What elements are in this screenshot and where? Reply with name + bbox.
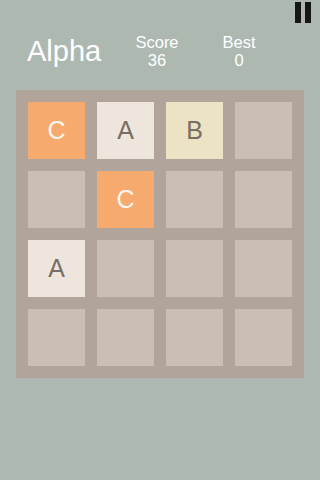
tile-B-r1c3: B [166,102,223,159]
app-screen: Alpha Score 36 Best 0 CABCA [0,0,320,480]
pause-icon [295,2,301,23]
tile-A-r3c1: A [28,240,85,297]
score-label: Score [135,33,178,51]
empty-cell-r3c3 [166,240,223,297]
pause-icon [305,2,311,23]
empty-cell-r1c4 [235,102,292,159]
empty-cell-r3c4 [235,240,292,297]
best-box: Best 0 [222,33,255,69]
empty-cell-r2c1 [28,171,85,228]
tile-A-r1c2: A [97,102,154,159]
app-title: Alpha [27,37,101,66]
tile-C-r2c2: C [97,171,154,228]
tile-C-r1c1: C [28,102,85,159]
empty-cell-r3c2 [97,240,154,297]
game-board[interactable]: CABCA [16,90,304,378]
best-value: 0 [222,51,255,69]
empty-cell-r4c2 [97,309,154,366]
empty-cell-r4c4 [235,309,292,366]
empty-cell-r4c1 [28,309,85,366]
pause-button[interactable] [295,2,311,23]
empty-cell-r2c4 [235,171,292,228]
empty-cell-r4c3 [166,309,223,366]
empty-cell-r2c3 [166,171,223,228]
score-box: Score 36 [135,33,178,69]
score-value: 36 [135,51,178,69]
best-label: Best [222,33,255,51]
